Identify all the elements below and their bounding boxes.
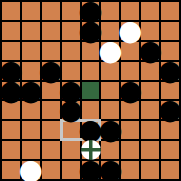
board-cell[interactable] <box>161 22 179 40</box>
board-cell[interactable] <box>121 141 139 159</box>
board-cell[interactable] <box>62 42 80 60</box>
board-cell[interactable] <box>121 161 139 179</box>
board-cell[interactable] <box>22 121 40 139</box>
board-cell[interactable] <box>161 161 179 179</box>
board-cell[interactable] <box>121 121 139 139</box>
throne-cell[interactable] <box>82 82 100 100</box>
board-cell[interactable] <box>2 22 20 40</box>
board-cell[interactable] <box>2 141 20 159</box>
black-stone[interactable]: ● <box>120 81 140 101</box>
board-cell[interactable] <box>62 2 80 20</box>
black-stone[interactable]: ● <box>100 120 120 140</box>
board-cell[interactable] <box>2 2 20 20</box>
board-cell[interactable] <box>22 22 40 40</box>
board-cell[interactable] <box>141 121 159 139</box>
board-cell[interactable] <box>42 22 60 40</box>
board-cell[interactable] <box>42 121 60 139</box>
white-stone[interactable]: ● <box>21 160 41 180</box>
board-cell[interactable] <box>62 22 80 40</box>
board-cell[interactable] <box>161 141 179 159</box>
board-cell[interactable] <box>101 2 119 20</box>
board-cell[interactable] <box>2 161 20 179</box>
black-stone[interactable]: ● <box>160 61 180 81</box>
white-stone[interactable]: ● <box>100 41 120 61</box>
board-cell[interactable] <box>42 161 60 179</box>
tablut-board: ●●●●●●●●●●●●●●●●●●● <box>0 0 181 181</box>
board-cell[interactable] <box>141 101 159 119</box>
board-cell[interactable] <box>141 82 159 100</box>
board-cell[interactable] <box>62 141 80 159</box>
board-cell[interactable] <box>141 2 159 20</box>
board-cell[interactable] <box>42 101 60 119</box>
board-cell[interactable] <box>42 2 60 20</box>
board-cell[interactable] <box>42 141 60 159</box>
board-cell[interactable] <box>2 121 20 139</box>
board-cell[interactable] <box>141 141 159 159</box>
board-cell[interactable] <box>101 82 119 100</box>
board-cell[interactable] <box>22 42 40 60</box>
board-cell[interactable] <box>82 62 100 80</box>
board-cell[interactable] <box>22 2 40 20</box>
black-stone[interactable]: ● <box>160 100 180 120</box>
black-stone[interactable]: ● <box>100 160 120 180</box>
black-stone[interactable]: ● <box>21 81 41 101</box>
board-cell[interactable] <box>62 161 80 179</box>
board-cell[interactable] <box>161 2 179 20</box>
board-cell[interactable] <box>141 161 159 179</box>
